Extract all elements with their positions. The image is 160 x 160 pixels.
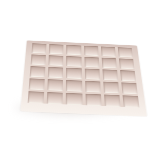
compartment-r3c5 xyxy=(102,69,118,80)
compartment-r5c3 xyxy=(66,93,82,105)
compartment-r2c5 xyxy=(101,58,116,69)
compartment-r5c5 xyxy=(104,95,121,107)
compartment-r5c6 xyxy=(122,95,139,107)
compartment-r3c3 xyxy=(66,68,81,79)
compartment-r2c2 xyxy=(49,55,64,66)
compartment-r1c4 xyxy=(84,46,99,56)
compartment-r2c4 xyxy=(84,57,99,68)
compartment-r3c2 xyxy=(48,67,63,78)
compartment-r4c4 xyxy=(85,81,101,93)
compartment-r2c3 xyxy=(66,56,81,67)
compartment-r4c6 xyxy=(121,82,138,94)
compartment-r3c6 xyxy=(120,70,136,81)
compartment-r2c6 xyxy=(119,58,135,69)
photo-background xyxy=(0,0,160,160)
compartment-r4c5 xyxy=(103,82,119,94)
compartment-r1c3 xyxy=(66,45,81,55)
compartment-r3c4 xyxy=(84,69,99,80)
compartment-r4c1 xyxy=(29,78,45,90)
compartment-grid xyxy=(28,43,140,107)
compartment-r5c1 xyxy=(28,91,45,103)
compartment-r1c5 xyxy=(101,46,116,56)
jewelry-tray xyxy=(20,40,146,116)
compartment-r4c2 xyxy=(47,79,63,91)
compartment-r5c2 xyxy=(47,92,63,104)
compartment-r3c1 xyxy=(30,66,46,77)
compartment-r1c2 xyxy=(49,44,64,54)
compartment-r1c1 xyxy=(32,43,47,53)
compartment-r1c6 xyxy=(118,47,133,57)
compartment-r5c4 xyxy=(85,94,101,106)
compartment-r4c3 xyxy=(66,80,82,92)
compartment-r2c1 xyxy=(31,54,46,65)
tray-frame xyxy=(20,40,146,116)
